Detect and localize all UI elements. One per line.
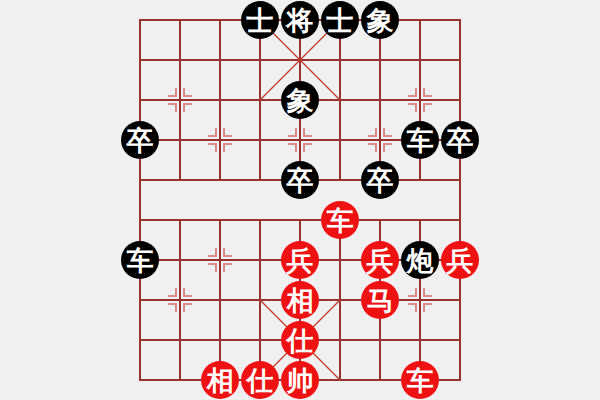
red-advisor-glyph: 仕 (281, 321, 319, 359)
black-general-glyph: 将 (281, 1, 319, 39)
piece-black-general[interactable]: 将 (280, 0, 320, 40)
piece-red-soldier[interactable]: 兵 (360, 240, 400, 280)
piece-red-soldier[interactable]: 兵 (440, 240, 480, 280)
piece-red-horse[interactable]: 马 (360, 280, 400, 320)
piece-red-soldier[interactable]: 兵 (280, 240, 320, 280)
red-horse-glyph: 马 (361, 281, 399, 319)
black-advisor-glyph: 士 (321, 1, 359, 39)
black-soldier-glyph: 卒 (441, 121, 479, 159)
black-soldier-glyph: 卒 (361, 161, 399, 199)
piece-red-chariot[interactable]: 车 (400, 360, 440, 400)
red-elephant-glyph: 相 (281, 281, 319, 319)
piece-black-elephant[interactable]: 象 (360, 0, 400, 40)
xiangqi-app: 士将士象象卒车卒卒卒车车兵兵炮兵相马仕相仕帅车 (0, 0, 600, 400)
black-cannon-glyph: 炮 (401, 241, 439, 279)
piece-black-soldier[interactable]: 卒 (360, 160, 400, 200)
black-chariot-glyph: 车 (401, 121, 439, 159)
piece-red-elephant[interactable]: 相 (280, 280, 320, 320)
piece-black-chariot[interactable]: 车 (120, 240, 160, 280)
piece-black-soldier[interactable]: 卒 (280, 160, 320, 200)
black-elephant-glyph: 象 (281, 81, 319, 119)
red-soldier-glyph: 兵 (441, 241, 479, 279)
black-chariot-glyph: 车 (121, 241, 159, 279)
black-soldier-glyph: 卒 (121, 121, 159, 159)
red-chariot-glyph: 车 (401, 361, 439, 399)
piece-black-soldier[interactable]: 卒 (440, 120, 480, 160)
red-advisor-glyph: 仕 (241, 361, 279, 399)
piece-black-soldier[interactable]: 卒 (120, 120, 160, 160)
red-soldier-glyph: 兵 (281, 241, 319, 279)
red-chariot-glyph: 车 (321, 201, 359, 239)
red-soldier-glyph: 兵 (361, 241, 399, 279)
black-soldier-glyph: 卒 (281, 161, 319, 199)
black-advisor-glyph: 士 (241, 1, 279, 39)
piece-red-advisor[interactable]: 仕 (280, 320, 320, 360)
xiangqi-board[interactable]: 士将士象象卒车卒卒卒车车兵兵炮兵相马仕相仕帅车 (120, 0, 480, 400)
piece-black-chariot[interactable]: 车 (400, 120, 440, 160)
piece-red-elephant[interactable]: 相 (200, 360, 240, 400)
black-elephant-glyph: 象 (361, 1, 399, 39)
piece-red-chariot[interactable]: 车 (320, 200, 360, 240)
piece-black-elephant[interactable]: 象 (280, 80, 320, 120)
piece-red-general[interactable]: 帅 (280, 360, 320, 400)
piece-red-advisor[interactable]: 仕 (240, 360, 280, 400)
piece-black-advisor[interactable]: 士 (240, 0, 280, 40)
red-elephant-glyph: 相 (201, 361, 239, 399)
piece-black-cannon[interactable]: 炮 (400, 240, 440, 280)
red-general-glyph: 帅 (281, 361, 319, 399)
piece-black-advisor[interactable]: 士 (320, 0, 360, 40)
